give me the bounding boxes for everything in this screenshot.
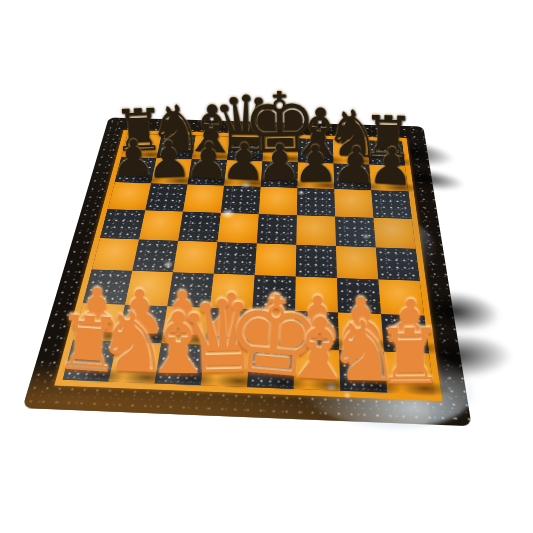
square-e1 (247, 347, 294, 389)
square-c6 (183, 184, 224, 212)
square-c7 (187, 159, 226, 185)
square-b1 (108, 341, 161, 383)
square-g6 (334, 189, 373, 218)
square-f5 (296, 215, 336, 246)
square-a3 (83, 269, 132, 304)
square-c4 (173, 241, 217, 274)
square-f1 (294, 348, 341, 390)
square-f2 (294, 311, 339, 350)
square-h2 (381, 314, 429, 353)
square-c8 (192, 135, 230, 160)
square-a4 (92, 238, 139, 271)
square-e8 (262, 137, 298, 162)
square-d2 (205, 308, 252, 347)
square-b7 (151, 158, 192, 184)
square-a8 (121, 133, 161, 158)
square-d6 (221, 186, 261, 214)
square-h7 (369, 165, 408, 192)
square-e4 (255, 243, 297, 276)
paint-splat (343, 392, 351, 399)
square-a7 (115, 157, 157, 183)
square-d5 (217, 213, 258, 244)
square-f3 (295, 277, 338, 313)
square-b6 (145, 183, 187, 211)
square-g1 (339, 350, 387, 393)
square-h4 (376, 247, 420, 280)
square-g7 (333, 163, 371, 190)
square-e6 (259, 187, 298, 216)
square-d8 (227, 136, 264, 161)
square-b4 (132, 239, 178, 272)
square-c1 (154, 343, 205, 385)
square-c3 (167, 272, 213, 308)
square-e2 (250, 309, 295, 348)
square-e7 (261, 161, 298, 188)
product-photo-scene: ♜♞♝♛♚♝♞♜♟♟♟♟♟♟♟♟♟♟♟♟♟♟♟♟♜♞♝♛♚♝♞♜ (0, 0, 533, 533)
chess-board: ♜♞♝♛♚♝♞♜♟♟♟♟♟♟♟♟♟♟♟♟♟♟♟♟♜♞♝♛♚♝♞♜ (22, 118, 471, 427)
square-e5 (257, 214, 297, 245)
square-h5 (373, 218, 415, 249)
square-g3 (337, 278, 381, 314)
square-c2 (161, 306, 210, 345)
square-d1 (201, 345, 250, 387)
square-b2 (117, 305, 167, 343)
square-f8 (298, 138, 334, 163)
square-b5 (139, 210, 183, 240)
square-f4 (296, 245, 337, 278)
square-g5 (335, 217, 376, 248)
board-frame: ♜♞♝♛♚♝♞♜♟♟♟♟♟♟♟♟♟♟♟♟♟♟♟♟♜♞♝♛♚♝♞♜ (54, 130, 442, 401)
square-g2 (338, 312, 384, 351)
square-d3 (210, 274, 255, 310)
square-f7 (297, 162, 334, 189)
square-g8 (333, 139, 369, 164)
square-h8 (367, 141, 405, 166)
square-a6 (108, 182, 151, 210)
square-d7 (224, 160, 262, 187)
square-a5 (100, 209, 145, 239)
square-b3 (125, 271, 173, 306)
square-c5 (178, 212, 221, 243)
square-h1 (384, 352, 434, 395)
square-b8 (156, 134, 195, 159)
board-grid (63, 133, 435, 394)
square-h3 (378, 279, 424, 315)
square-e3 (252, 275, 295, 311)
square-g4 (336, 246, 378, 279)
square-f6 (297, 188, 335, 217)
square-d4 (214, 242, 257, 275)
square-h6 (371, 190, 412, 219)
